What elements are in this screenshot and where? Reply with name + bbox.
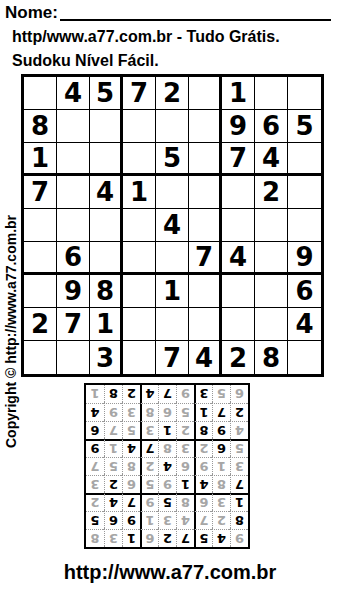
cell-r7c2[interactable]: 9 (57, 275, 90, 308)
cell-r6c4[interactable] (123, 242, 156, 275)
cell-r3c6[interactable] (189, 143, 222, 176)
cell-r3c5: 5 (158, 493, 176, 511)
cell-r6c7[interactable]: 4 (222, 242, 255, 275)
footer-url: http://www.a77.com.br (0, 561, 340, 584)
cell-r1c1: 9 (230, 529, 248, 547)
cell-r8c6[interactable] (189, 308, 222, 341)
cell-r2c4[interactable] (123, 110, 156, 143)
cell-r1c3: 5 (194, 529, 212, 547)
cell-r1c2[interactable]: 4 (57, 77, 90, 110)
cell-r1c4[interactable]: 7 (123, 77, 156, 110)
cell-r1c4: 7 (176, 529, 194, 547)
cell-r2c5[interactable] (156, 110, 189, 143)
cell-r8c4[interactable] (123, 308, 156, 341)
cell-r8c8[interactable] (255, 308, 288, 341)
cell-r8c3[interactable]: 1 (90, 308, 123, 341)
cell-r4c3: 4 (194, 475, 212, 493)
cell-r3c9[interactable] (288, 143, 321, 176)
cell-r1c3[interactable]: 5 (90, 77, 123, 110)
cell-r1c8[interactable] (255, 77, 288, 110)
cell-r9c7: 2 (122, 385, 140, 403)
cell-r3c6: 9 (140, 493, 158, 511)
cell-r5c4[interactable] (123, 209, 156, 242)
cell-r3c9: 2 (86, 493, 104, 511)
cell-r7c7[interactable] (222, 275, 255, 308)
cell-r3c4[interactable] (123, 143, 156, 176)
cell-r7c1: 4 (230, 421, 248, 439)
cell-r5c3: 9 (194, 457, 212, 475)
cell-r6c2: 6 (212, 439, 230, 457)
cell-r3c1: 1 (230, 493, 248, 511)
cell-r8c1: 2 (230, 403, 248, 421)
cell-r6c2[interactable]: 6 (57, 242, 90, 275)
cell-r2c1: 8 (230, 511, 248, 529)
cell-r1c6: 6 (140, 529, 158, 547)
cell-r2c1[interactable]: 8 (24, 110, 57, 143)
cell-r7c5[interactable]: 1 (156, 275, 189, 308)
cell-r9c5[interactable]: 7 (156, 341, 189, 374)
cell-r2c9: 5 (86, 511, 104, 529)
cell-r4c9: 3 (86, 475, 104, 493)
cell-r9c9[interactable] (288, 341, 321, 374)
cell-r5c7[interactable] (222, 209, 255, 242)
cell-r9c4[interactable] (123, 341, 156, 374)
cell-r1c5[interactable]: 2 (156, 77, 189, 110)
cell-r9c9: 1 (86, 385, 104, 403)
cell-r9c1: 6 (230, 385, 248, 403)
copyright-vertical-text: Copyright © http://www.a77.com.br (3, 156, 19, 448)
site-title: http/www.a77.com.br - Tudo Grátis. (12, 28, 340, 46)
cell-r8c7: 3 (122, 403, 140, 421)
cell-r2c8[interactable]: 6 (255, 110, 288, 143)
cell-r3c4: 8 (176, 493, 194, 511)
cell-r8c6: 8 (140, 403, 158, 421)
cell-r9c3: 3 (194, 385, 212, 403)
cell-r6c9[interactable]: 9 (288, 242, 321, 275)
cell-r3c1[interactable]: 1 (24, 143, 57, 176)
cell-r6c6[interactable]: 7 (189, 242, 222, 275)
cell-r4c3[interactable]: 4 (90, 176, 123, 209)
cell-r7c2: 9 (212, 421, 230, 439)
cell-r5c2: 1 (212, 457, 230, 475)
cell-r7c1[interactable] (24, 275, 57, 308)
cell-r7c8[interactable] (255, 275, 288, 308)
cell-r5c5[interactable]: 4 (156, 209, 189, 242)
cell-r4c9[interactable] (288, 176, 321, 209)
cell-r4c6: 5 (140, 475, 158, 493)
cell-r4c7[interactable] (222, 176, 255, 209)
cell-r4c5[interactable] (156, 176, 189, 209)
cell-r4c4[interactable]: 1 (123, 176, 156, 209)
cell-r1c6[interactable] (189, 77, 222, 110)
cell-r9c6[interactable]: 4 (189, 341, 222, 374)
cell-r3c8[interactable]: 4 (255, 143, 288, 176)
cell-r6c7: 4 (122, 439, 140, 457)
cell-r2c5: 3 (158, 511, 176, 529)
cell-r4c1: 7 (230, 475, 248, 493)
cell-r3c3: 6 (194, 493, 212, 511)
cell-r3c5[interactable]: 5 (156, 143, 189, 176)
cell-r2c8: 6 (104, 511, 122, 529)
cell-r7c3[interactable]: 8 (90, 275, 123, 308)
cell-r1c9: 8 (86, 529, 104, 547)
cell-r8c2[interactable]: 7 (57, 308, 90, 341)
cell-r5c6: 2 (140, 457, 158, 475)
cell-r7c3: 8 (194, 421, 212, 439)
cell-r8c8: 9 (104, 403, 122, 421)
name-row: Nome: (5, 3, 331, 23)
cell-r4c2: 8 (212, 475, 230, 493)
cell-r4c8[interactable]: 2 (255, 176, 288, 209)
cell-r2c2[interactable] (57, 110, 90, 143)
cell-r7c4: 2 (176, 421, 194, 439)
cell-r8c7[interactable] (222, 308, 255, 341)
cell-r1c2: 4 (212, 529, 230, 547)
cell-r6c3[interactable] (90, 242, 123, 275)
name-label: Nome: (5, 3, 58, 23)
cell-r5c1: 3 (230, 457, 248, 475)
cell-r1c9[interactable] (288, 77, 321, 110)
cell-r6c4: 3 (176, 439, 194, 457)
cell-r6c8[interactable] (255, 242, 288, 275)
cell-r2c4: 4 (176, 511, 194, 529)
cell-r4c8: 2 (104, 475, 122, 493)
cell-r4c4: 1 (176, 475, 194, 493)
sudoku-solution-grid-rotated: 9457261388274319651368597427841956233196… (84, 383, 250, 549)
cell-r8c5: 6 (158, 403, 176, 421)
cell-r3c3[interactable] (90, 143, 123, 176)
cell-r4c2[interactable] (57, 176, 90, 209)
cell-r4c1[interactable]: 7 (24, 176, 57, 209)
cell-r7c7: 5 (122, 421, 140, 439)
cell-r5c7: 8 (122, 457, 140, 475)
cell-r1c7: 1 (122, 529, 140, 547)
cell-r8c9: 4 (86, 403, 104, 421)
cell-r2c7[interactable]: 9 (222, 110, 255, 143)
cell-r5c8: 5 (104, 457, 122, 475)
cell-r3c7[interactable]: 7 (222, 143, 255, 176)
cell-r5c1[interactable] (24, 209, 57, 242)
cell-r2c7: 9 (122, 511, 140, 529)
cell-r7c6[interactable] (189, 275, 222, 308)
cell-r7c4[interactable] (123, 275, 156, 308)
cell-r5c4: 6 (176, 457, 194, 475)
cell-r3c8: 4 (104, 493, 122, 511)
page-header: Nome: http/www.a77.com.br - Tudo Grátis.… (0, 0, 340, 70)
cell-r2c3[interactable] (90, 110, 123, 143)
cell-r7c6: 3 (140, 421, 158, 439)
cell-r8c9[interactable]: 4 (288, 308, 321, 341)
cell-r6c6: 7 (140, 439, 158, 457)
cell-r2c6: 1 (140, 511, 158, 529)
cell-r2c9[interactable]: 5 (288, 110, 321, 143)
cell-r2c3: 7 (194, 511, 212, 529)
cell-r7c9[interactable]: 6 (288, 275, 321, 308)
cell-r9c4: 9 (176, 385, 194, 403)
cell-r6c1: 5 (230, 439, 248, 457)
cell-r6c8: 1 (104, 439, 122, 457)
cell-r9c2[interactable] (57, 341, 90, 374)
cell-r6c1[interactable] (24, 242, 57, 275)
cell-r5c5: 4 (158, 457, 176, 475)
cell-r6c5: 8 (158, 439, 176, 457)
cell-r9c8: 8 (104, 385, 122, 403)
cell-r6c3: 2 (194, 439, 212, 457)
cell-r8c3: 1 (194, 403, 212, 421)
cell-r9c1[interactable] (24, 341, 57, 374)
cell-r5c3[interactable] (90, 209, 123, 242)
cell-r8c1[interactable]: 2 (24, 308, 57, 341)
cell-r5c9[interactable] (288, 209, 321, 242)
cell-r9c7[interactable]: 2 (222, 341, 255, 374)
cell-r4c5: 9 (158, 475, 176, 493)
cell-r1c7[interactable]: 1 (222, 77, 255, 110)
cell-r3c7: 7 (122, 493, 140, 511)
cell-r5c6[interactable] (189, 209, 222, 242)
cell-r2c2: 2 (212, 511, 230, 529)
cell-r8c5[interactable] (156, 308, 189, 341)
cell-r6c5[interactable] (156, 242, 189, 275)
cell-r9c2: 5 (212, 385, 230, 403)
cell-r1c1[interactable] (24, 77, 57, 110)
cell-r9c5: 7 (158, 385, 176, 403)
cell-r7c8: 7 (104, 421, 122, 439)
puzzle-level-title: Sudoku Nível Fácil. (12, 52, 340, 70)
cell-r8c4: 5 (176, 403, 194, 421)
sudoku-puzzle-grid: 45721896515747412467499816271437428 (21, 74, 324, 377)
cell-r8c2: 7 (212, 403, 230, 421)
cell-r4c7: 6 (122, 475, 140, 493)
cell-r5c9: 7 (86, 457, 104, 475)
cell-r6c9: 9 (86, 439, 104, 457)
cell-r1c8: 3 (104, 529, 122, 547)
cell-r4c6[interactable] (189, 176, 222, 209)
cell-r2c6[interactable] (189, 110, 222, 143)
cell-r3c2[interactable] (57, 143, 90, 176)
cell-r1c5: 2 (158, 529, 176, 547)
cell-r9c3[interactable]: 3 (90, 341, 123, 374)
cell-r5c2[interactable] (57, 209, 90, 242)
cell-r7c9: 6 (86, 421, 104, 439)
name-blank-line (60, 18, 331, 21)
cell-r7c5: 1 (158, 421, 176, 439)
cell-r5c8[interactable] (255, 209, 288, 242)
cell-r9c8[interactable]: 8 (255, 341, 288, 374)
cell-r3c2: 3 (212, 493, 230, 511)
cell-r9c6: 4 (140, 385, 158, 403)
